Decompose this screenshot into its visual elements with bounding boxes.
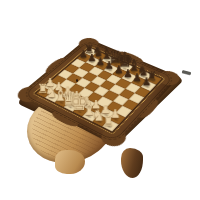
black-pawn: ♟ xyxy=(105,61,115,71)
white-rook: ♜ xyxy=(102,115,114,127)
black-pawn: ♟ xyxy=(114,65,124,75)
black-pawn: ♟ xyxy=(123,69,133,79)
scene: ♜♞♝♛♚♝♞♜♟♟♟♟♟♟♟♟♟♟♟♟♟♟♟♟♜♞♝♛♚♝♞♜ xyxy=(0,0,200,200)
chess-board: ♜♞♝♛♚♝♞♜♟♟♟♟♟♟♟♟♟♟♟♟♟♟♟♟♜♞♝♛♚♝♞♜ xyxy=(18,38,180,146)
product-photo: ♜♞♝♛♚♝♞♜♟♟♟♟♟♟♟♟♟♟♟♟♟♟♟♟♜♞♝♛♚♝♞♜ xyxy=(0,0,200,200)
black-pawn: ♟ xyxy=(142,77,152,87)
wood-knot xyxy=(76,79,78,82)
